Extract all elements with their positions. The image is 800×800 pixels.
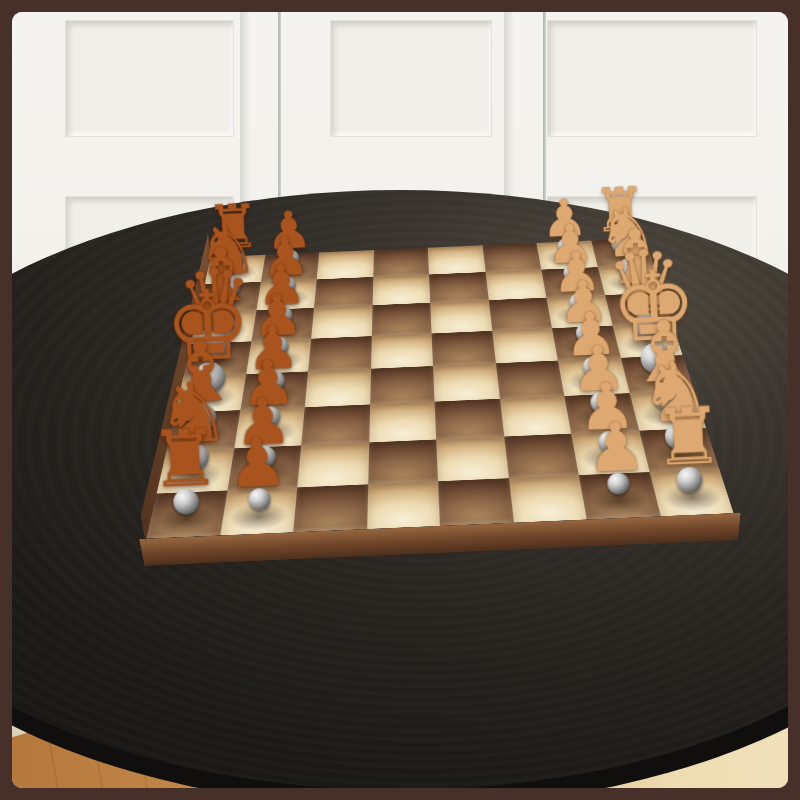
white-pawn-glyph: ♟ [585,416,647,480]
square-d5[interactable] [371,333,433,369]
white-rook-h1[interactable]: ♜ [649,469,734,517]
black-rook-h8[interactable]: ♜ [146,490,227,539]
square-c5[interactable] [371,303,431,336]
white-pawn-h2[interactable]: ♟ [579,472,661,520]
piece-stand: ♟ [585,416,648,496]
square-c3[interactable] [488,298,552,331]
square-a4[interactable] [428,245,485,274]
chess-board: ♜♟♟♜♞♟♟♞♝♟♟♝♛♟♟♛♚♟♟♚♝♟♟♝♞♟♟♞♜♟♟♜ [172,105,693,626]
piece-stand: ♜ [651,400,725,493]
piece-stand: ♟ [226,432,289,512]
square-a3[interactable] [482,243,541,272]
black-pawn-glyph: ♟ [226,432,288,496]
white-rook-glyph: ♜ [651,400,724,475]
black-pawn-h7[interactable]: ♟ [220,487,298,536]
square-d4[interactable] [432,331,496,366]
piece-stand: ♜ [148,422,222,515]
square-c6[interactable] [311,305,372,338]
square-b5[interactable] [372,274,430,305]
square-c4[interactable] [430,300,492,333]
photo-frame: ♜♟♟♜♞♟♟♞♝♟♟♝♛♟♟♛♚♟♟♚♝♟♟♝♞♟♟♞♜♟♟♜ [0,0,800,800]
square-b2[interactable] [541,267,604,298]
chrome-ball-base [607,473,630,496]
product-photo: ♜♟♟♜♞♟♟♞♝♟♟♝♛♟♟♛♚♟♟♚♝♟♟♝♞♟♟♞♜♟♟♜ [12,12,788,788]
square-a7[interactable] [261,252,320,281]
square-d6[interactable] [308,336,371,372]
square-b3[interactable] [485,269,546,300]
board-plane: ♜♟♟♜♞♟♟♞♝♟♟♝♛♟♟♛♚♟♟♚♝♟♟♝♞♟♟♞♜♟♟♜ [146,238,734,539]
square-a2[interactable] [536,241,597,270]
square-a6[interactable] [317,250,374,279]
square-a5[interactable] [373,248,429,277]
square-b7[interactable] [256,279,317,310]
square-b4[interactable] [429,272,488,303]
black-rook-glyph: ♜ [148,422,221,497]
square-d3[interactable] [492,328,558,363]
chrome-ball-base [247,488,270,511]
square-b6[interactable] [314,277,373,308]
wall-panel [65,20,234,137]
